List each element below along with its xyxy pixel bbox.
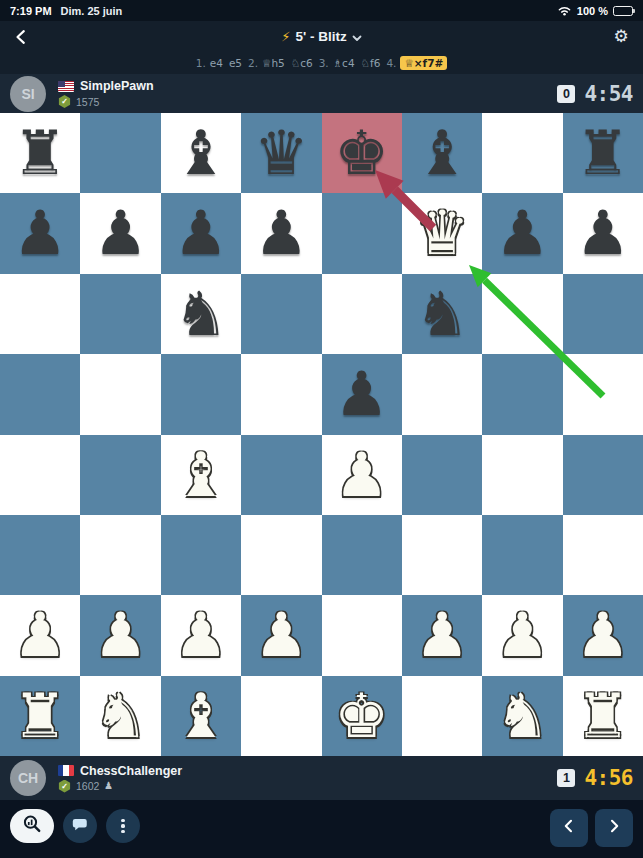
- square-e2[interactable]: [322, 595, 402, 675]
- move-token[interactable]: ♗c4: [333, 57, 355, 69]
- piece-bp: ♟: [80, 193, 160, 273]
- square-d1[interactable]: [241, 676, 321, 756]
- piece-wn: ♞: [80, 676, 160, 756]
- move-list: 1.e4e52.♕h5♘c63.♗c4♘f64.♕×f7#: [0, 52, 643, 74]
- us-flag-icon: [58, 81, 74, 92]
- bottom-player-clock: 4:56: [584, 766, 633, 790]
- pawn-icon: ♟: [104, 781, 113, 791]
- status-date: Dim. 25 juin: [61, 5, 123, 17]
- square-f5[interactable]: [402, 354, 482, 434]
- square-f2[interactable]: ♟: [402, 595, 482, 675]
- header: ⚡ 5' - Blitz ⚙: [0, 21, 643, 52]
- top-player-score: 0: [557, 85, 575, 103]
- top-player-sub-row: ✓ 1575: [58, 95, 643, 108]
- square-c1[interactable]: ♝: [161, 676, 241, 756]
- piece-bp: ♟: [0, 193, 80, 273]
- square-c6[interactable]: ♞: [161, 274, 241, 354]
- top-player-name-row: SimplePawn: [58, 79, 643, 93]
- piece-br: ♜: [0, 113, 80, 193]
- square-e1[interactable]: ♚: [322, 676, 402, 756]
- square-e8[interactable]: ♚: [322, 113, 402, 193]
- bottom-clock-wrap: 1 4:56: [557, 766, 633, 790]
- square-f8[interactable]: ♝: [402, 113, 482, 193]
- game-mode-title: 5' - Blitz: [295, 29, 346, 44]
- toolbar-right: [550, 809, 633, 847]
- move-number: 1.: [196, 57, 206, 69]
- square-f4[interactable]: [402, 435, 482, 515]
- square-e6[interactable]: [322, 274, 402, 354]
- battery-icon: [613, 6, 633, 16]
- square-b2[interactable]: ♟: [80, 595, 160, 675]
- square-g5[interactable]: [482, 354, 562, 434]
- piece-wp: ♟: [482, 595, 562, 675]
- piece-wp: ♟: [80, 595, 160, 675]
- piece-br: ♜: [563, 113, 643, 193]
- square-c7[interactable]: ♟: [161, 193, 241, 273]
- square-b3[interactable]: [80, 515, 160, 595]
- square-e5[interactable]: ♟: [322, 354, 402, 434]
- square-d6[interactable]: [241, 274, 321, 354]
- square-g1[interactable]: ♞: [482, 676, 562, 756]
- square-b1[interactable]: ♞: [80, 676, 160, 756]
- move-token[interactable]: e5: [229, 57, 242, 69]
- bottom-player-name-row: ChessChallenger: [58, 764, 643, 778]
- move-number: 2.: [248, 57, 258, 69]
- move-token[interactable]: e4: [210, 57, 223, 69]
- lightning-icon: ⚡: [281, 29, 290, 44]
- square-g6[interactable]: [482, 274, 562, 354]
- piece-wp: ♟: [402, 595, 482, 675]
- piece-bp: ♟: [563, 193, 643, 273]
- square-a4[interactable]: [0, 435, 80, 515]
- bottom-player-bar: CH ChessChallenger ✓ 1602 ♟ 1 4:56: [0, 756, 643, 800]
- top-clock-wrap: 0 4:54: [557, 82, 633, 106]
- move-number: 3.: [319, 57, 329, 69]
- square-b8[interactable]: [80, 113, 160, 193]
- bottom-player-sub-row: ✓ 1602 ♟: [58, 780, 643, 793]
- square-a6[interactable]: [0, 274, 80, 354]
- square-b7[interactable]: ♟: [80, 193, 160, 273]
- verified-badge-icon: ✓: [58, 95, 71, 108]
- square-e7[interactable]: [322, 193, 402, 273]
- bottom-player-name[interactable]: ChessChallenger: [80, 764, 182, 778]
- square-h6[interactable]: [563, 274, 643, 354]
- piece-bp: ♟: [482, 193, 562, 273]
- ellipsis-icon: [121, 819, 124, 834]
- square-d2[interactable]: ♟: [241, 595, 321, 675]
- square-a3[interactable]: [0, 515, 80, 595]
- square-f7[interactable]: ♛: [402, 193, 482, 273]
- chat-bubble-icon: [71, 815, 89, 837]
- next-move-button[interactable]: [595, 809, 633, 847]
- square-c3[interactable]: [161, 515, 241, 595]
- square-e3[interactable]: [322, 515, 402, 595]
- move-token[interactable]: ♘c6: [291, 57, 313, 69]
- top-player-rating: 1575: [76, 96, 99, 108]
- piece-wk: ♚: [322, 676, 402, 756]
- game-mode-selector[interactable]: ⚡ 5' - Blitz: [281, 28, 361, 46]
- square-g2[interactable]: ♟: [482, 595, 562, 675]
- square-h4[interactable]: [563, 435, 643, 515]
- bottom-player-score: 1: [557, 769, 575, 787]
- move-token[interactable]: ♕h5: [262, 57, 285, 69]
- more-options-button[interactable]: [106, 809, 140, 843]
- piece-wp: ♟: [241, 595, 321, 675]
- caret-down-icon: [352, 28, 362, 46]
- piece-wp: ♟: [0, 595, 80, 675]
- battery-percent: 100 %: [577, 5, 608, 17]
- square-h3[interactable]: [563, 515, 643, 595]
- status-bar: 7:19 PM Dim. 25 juin 100 %: [0, 0, 643, 21]
- back-button[interactable]: [10, 25, 34, 49]
- square-a2[interactable]: ♟: [0, 595, 80, 675]
- top-player-name[interactable]: SimplePawn: [80, 79, 154, 93]
- verified-badge-icon: ✓: [58, 780, 71, 793]
- bottom-toolbar: [0, 800, 643, 858]
- piece-wb: ♝: [161, 676, 241, 756]
- piece-wp: ♟: [563, 595, 643, 675]
- square-g3[interactable]: [482, 515, 562, 595]
- square-h2[interactable]: ♟: [563, 595, 643, 675]
- chat-button[interactable]: [63, 809, 97, 843]
- wifi-icon: [557, 2, 572, 20]
- piece-wr: ♜: [563, 676, 643, 756]
- previous-move-button[interactable]: [550, 809, 588, 847]
- square-b5[interactable]: [80, 354, 160, 434]
- square-a7[interactable]: ♟: [0, 193, 80, 273]
- square-a1[interactable]: ♜: [0, 676, 80, 756]
- toolbar-left: [10, 809, 140, 843]
- square-f1[interactable]: [402, 676, 482, 756]
- move-token[interactable]: ♕×f7#: [400, 56, 447, 70]
- square-c5[interactable]: [161, 354, 241, 434]
- status-left: 7:19 PM Dim. 25 juin: [10, 5, 122, 17]
- square-b4[interactable]: [80, 435, 160, 515]
- piece-bp: ♟: [161, 193, 241, 273]
- move-number: 4.: [386, 57, 396, 69]
- piece-bk: ♚: [322, 113, 402, 193]
- piece-bn: ♞: [161, 274, 241, 354]
- square-d7[interactable]: ♟: [241, 193, 321, 273]
- piece-bb: ♝: [161, 113, 241, 193]
- square-g8[interactable]: [482, 113, 562, 193]
- piece-wp: ♟: [161, 595, 241, 675]
- bottom-player-rating: 1602: [76, 780, 99, 792]
- move-token[interactable]: ♘f6: [361, 57, 381, 69]
- chevron-right-icon: [606, 818, 622, 838]
- chevron-left-icon: [561, 818, 577, 838]
- square-f3[interactable]: [402, 515, 482, 595]
- square-d3[interactable]: [241, 515, 321, 595]
- analysis-magnifier-icon: [22, 814, 42, 838]
- piece-bb: ♝: [402, 113, 482, 193]
- square-h8[interactable]: ♜: [563, 113, 643, 193]
- square-g4[interactable]: [482, 435, 562, 515]
- board-wrap: ♜♝♛♚♝♜♟♟♟♟♛♟♟♞♞♟♝♟♟♟♟♟♟♟♟♜♞♝♚♞♜: [0, 113, 643, 756]
- square-h7[interactable]: ♟: [563, 193, 643, 273]
- analysis-button[interactable]: [10, 809, 54, 843]
- piece-wq: ♛: [402, 193, 482, 273]
- square-h5[interactable]: [563, 354, 643, 434]
- piece-wr: ♜: [0, 676, 80, 756]
- piece-wn: ♞: [482, 676, 562, 756]
- chess-app: 7:19 PM Dim. 25 juin 100 % ⚡ 5' - Blitz: [0, 0, 643, 858]
- piece-bp: ♟: [241, 193, 321, 273]
- top-player-avatar[interactable]: SI: [10, 76, 46, 112]
- top-player-bar: SI SimplePawn ✓ 1575 0 4:54: [0, 74, 643, 113]
- square-d5[interactable]: [241, 354, 321, 434]
- piece-bq: ♛: [241, 113, 321, 193]
- square-f6[interactable]: ♞: [402, 274, 482, 354]
- square-a5[interactable]: [0, 354, 80, 434]
- square-h1[interactable]: ♜: [563, 676, 643, 756]
- square-d4[interactable]: [241, 435, 321, 515]
- gear-icon[interactable]: ⚙: [609, 24, 633, 48]
- square-e4[interactable]: ♟: [322, 435, 402, 515]
- piece-wb: ♝: [161, 435, 241, 515]
- square-c4[interactable]: ♝: [161, 435, 241, 515]
- piece-wp: ♟: [322, 435, 402, 515]
- piece-bp: ♟: [322, 354, 402, 434]
- fr-flag-icon: [58, 765, 74, 776]
- bottom-player-avatar[interactable]: CH: [10, 760, 46, 796]
- piece-bn: ♞: [402, 274, 482, 354]
- chess-board: ♜♝♛♚♝♜♟♟♟♟♛♟♟♞♞♟♝♟♟♟♟♟♟♟♟♜♞♝♚♞♜: [0, 113, 643, 756]
- square-c8[interactable]: ♝: [161, 113, 241, 193]
- status-time: 7:19 PM: [10, 5, 52, 17]
- square-g7[interactable]: ♟: [482, 193, 562, 273]
- status-right: 100 %: [557, 2, 633, 20]
- square-c2[interactable]: ♟: [161, 595, 241, 675]
- top-player-clock: 4:54: [584, 82, 633, 106]
- square-d8[interactable]: ♛: [241, 113, 321, 193]
- square-a8[interactable]: ♜: [0, 113, 80, 193]
- square-b6[interactable]: [80, 274, 160, 354]
